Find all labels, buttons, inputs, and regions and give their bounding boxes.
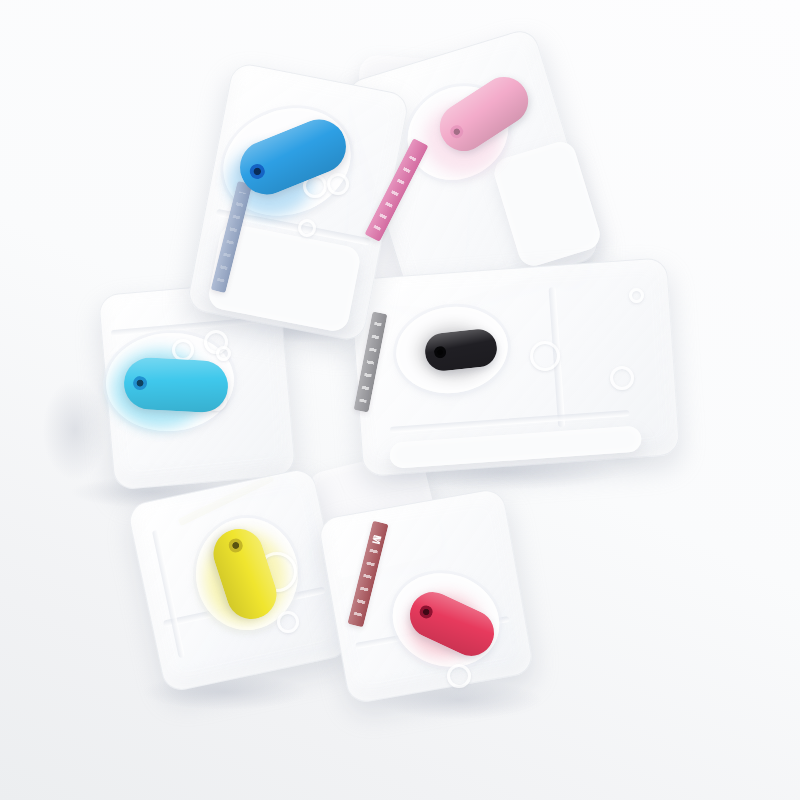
embossed-circle	[172, 339, 194, 361]
plug-vent-dot	[248, 162, 268, 182]
embossed-circle	[327, 173, 349, 195]
plug-light-cyan	[123, 356, 230, 413]
embossed-circle	[216, 346, 231, 361]
embossed-circle	[277, 611, 299, 633]
embossed-circle	[530, 341, 560, 371]
embossed-circle	[629, 288, 644, 303]
product-photo-scene: M	[0, 0, 800, 800]
embossed-circle	[298, 219, 316, 237]
plug-vent-dot	[418, 603, 435, 620]
plug-vent-dot	[434, 346, 447, 359]
embossed-circle	[610, 366, 634, 390]
embossed-circle	[447, 664, 471, 688]
plug-vent-dot	[448, 123, 466, 141]
label-letter-m: M	[370, 534, 383, 546]
plug-vent-dot	[133, 376, 148, 391]
plug-vent-dot	[227, 537, 245, 555]
